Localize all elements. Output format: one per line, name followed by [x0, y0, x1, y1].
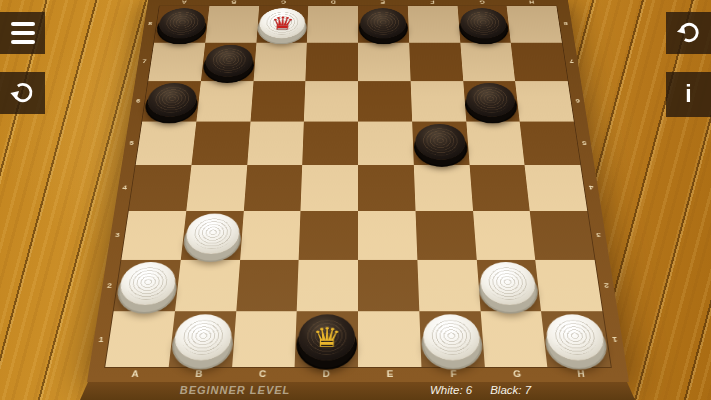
black-man-A8[interactable] [157, 8, 207, 38]
restart-icon [9, 78, 37, 109]
square-H3[interactable] [530, 211, 595, 260]
black-man-G8[interactable] [460, 8, 509, 38]
square-F4 [414, 165, 473, 211]
black-score: Black: 7 [490, 384, 531, 396]
score-panel: White: 6 Black: 7 [430, 384, 531, 396]
square-E1 [358, 311, 421, 367]
info-icon: i [685, 83, 691, 106]
board-grid: ♛♛ [104, 6, 612, 368]
square-A2[interactable] [114, 259, 181, 311]
square-H2 [535, 259, 602, 311]
board-front-face: BEGINNER LEVEL White: 6 Black: 7 [78, 382, 636, 400]
square-B2 [175, 259, 240, 311]
restart-button[interactable] [0, 72, 45, 114]
square-C2[interactable] [236, 259, 299, 311]
square-F2 [417, 259, 480, 311]
square-A8[interactable] [154, 6, 209, 42]
square-H7[interactable] [511, 43, 568, 81]
square-C5 [247, 122, 304, 165]
square-G5 [466, 122, 525, 165]
square-A3 [121, 211, 186, 260]
white-man-G2[interactable] [479, 262, 538, 305]
square-D7[interactable] [306, 43, 358, 81]
square-D5[interactable] [302, 122, 358, 165]
square-F1[interactable] [419, 311, 484, 367]
board-plane: ABCDEFGH 87654321 87654321 ♛♛ ABCDEFGH [87, 0, 629, 382]
black-man-G6[interactable] [465, 83, 517, 117]
black-man-E8[interactable] [360, 8, 406, 38]
white-man-B1[interactable] [172, 314, 233, 360]
square-E5 [358, 122, 414, 165]
square-E8[interactable] [358, 6, 409, 42]
square-B1[interactable] [168, 311, 235, 367]
square-A6[interactable] [142, 81, 201, 122]
app: { "game": "checkers", "hud": { "level_la… [0, 0, 711, 400]
square-G2[interactable] [476, 259, 541, 311]
square-E7 [358, 43, 410, 81]
square-B7[interactable] [201, 43, 256, 81]
white-king-C8[interactable]: ♛ [259, 8, 306, 38]
square-C8[interactable]: ♛ [256, 6, 308, 42]
square-H4 [525, 165, 587, 211]
square-C3 [240, 211, 301, 260]
black-man-F5[interactable] [414, 124, 466, 160]
square-H6 [515, 81, 574, 122]
square-A5 [136, 122, 196, 165]
black-man-B7[interactable] [204, 45, 254, 77]
square-G6[interactable] [463, 81, 520, 122]
square-C4[interactable] [243, 165, 302, 211]
square-G1 [480, 311, 547, 367]
square-B3[interactable] [181, 211, 244, 260]
square-B6 [196, 81, 253, 122]
square-C6[interactable] [250, 81, 305, 122]
bottom-file-label-G: G [485, 368, 550, 382]
square-G7 [460, 43, 515, 81]
info-button[interactable]: i [666, 72, 711, 117]
square-H5[interactable] [520, 122, 580, 165]
white-score: White: 6 [430, 384, 472, 396]
square-E2[interactable] [358, 259, 419, 311]
square-H1[interactable] [541, 311, 610, 367]
white-man-H1[interactable] [544, 314, 607, 360]
square-D6 [304, 81, 358, 122]
square-A1 [105, 311, 174, 367]
square-F7[interactable] [409, 43, 463, 81]
bottom-file-labels: ABCDEFGH [102, 368, 614, 382]
square-G3 [473, 211, 536, 260]
bottom-file-label-A: A [102, 368, 168, 382]
square-B8 [205, 6, 259, 42]
menu-button[interactable] [0, 12, 45, 54]
square-G4[interactable] [469, 165, 530, 211]
square-D4 [301, 165, 358, 211]
bottom-file-label-E: E [358, 368, 422, 382]
square-E3 [358, 211, 417, 260]
white-man-A2[interactable] [117, 262, 177, 305]
square-D2 [297, 259, 358, 311]
black-king-crown-icon: ♛ [298, 314, 355, 360]
square-F5[interactable] [412, 122, 469, 165]
bottom-file-label-H: H [548, 368, 614, 382]
square-D3[interactable] [299, 211, 358, 260]
square-B4 [186, 165, 247, 211]
bottom-file-label-F: F [421, 368, 486, 382]
square-D8 [307, 6, 358, 42]
square-C7 [253, 43, 307, 81]
black-king-D1[interactable]: ♛ [298, 314, 355, 360]
bottom-file-label-C: C [230, 368, 295, 382]
undo-icon [675, 18, 703, 49]
square-G8[interactable] [457, 6, 511, 42]
square-H8 [507, 6, 562, 42]
level-label: BEGINNER LEVEL [155, 384, 315, 396]
square-F8 [408, 6, 460, 42]
hamburger-icon [11, 20, 35, 47]
white-man-B3[interactable] [184, 213, 241, 253]
square-E4[interactable] [358, 165, 415, 211]
bottom-file-label-D: D [294, 368, 358, 382]
white-king-crown-icon: ♛ [259, 8, 306, 38]
white-man-F1[interactable] [422, 314, 481, 360]
undo-button[interactable] [666, 12, 711, 54]
square-F3[interactable] [415, 211, 476, 260]
bottom-file-label-B: B [166, 368, 231, 382]
square-B5[interactable] [191, 122, 250, 165]
black-man-A6[interactable] [145, 83, 198, 117]
square-A4[interactable] [129, 165, 191, 211]
square-A7 [148, 43, 205, 81]
square-F6 [410, 81, 465, 122]
square-E6[interactable] [358, 81, 412, 122]
square-C1 [232, 311, 297, 367]
square-D1[interactable]: ♛ [295, 311, 358, 367]
